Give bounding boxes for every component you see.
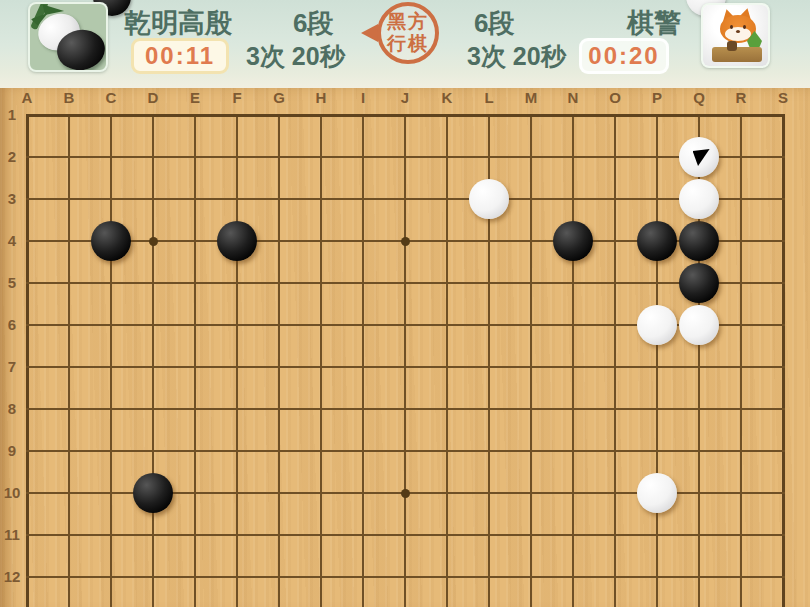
- grid-line-horizontal: [26, 366, 785, 368]
- black-player-byoyomi: 3次 20秒: [246, 42, 345, 71]
- column-label-A: A: [16, 90, 38, 106]
- column-label-H: H: [310, 90, 332, 106]
- white-stone-Q3: [679, 179, 719, 219]
- white-player-name: 棋警: [627, 8, 681, 38]
- grid-line-vertical: [656, 114, 658, 607]
- row-label-6: 6: [1, 317, 23, 333]
- grid-line-horizontal: [26, 534, 785, 536]
- grid-line-horizontal: [26, 156, 785, 158]
- last-move-marker: [693, 149, 710, 166]
- grid-line-vertical: [194, 114, 196, 607]
- fox-eye-icon: [730, 25, 733, 29]
- white-stone-Q6: [679, 305, 719, 345]
- column-label-L: L: [478, 90, 500, 106]
- column-label-J: J: [394, 90, 416, 106]
- black-stone-C4: [91, 221, 131, 261]
- row-label-9: 9: [1, 443, 23, 459]
- star-point-D4: [149, 237, 158, 246]
- black-stone-N4: [553, 221, 593, 261]
- column-label-K: K: [436, 90, 458, 106]
- grid-line-horizontal: [26, 450, 785, 452]
- grid-line-vertical: [572, 114, 574, 607]
- black-stone-D10: [133, 473, 173, 513]
- row-label-5: 5: [1, 275, 23, 291]
- column-label-I: I: [352, 90, 374, 106]
- row-label-10: 10: [1, 485, 23, 501]
- row-label-1: 1: [1, 107, 23, 123]
- column-label-F: F: [226, 90, 248, 106]
- white-stone-L3: [469, 179, 509, 219]
- grid-line-horizontal: [26, 282, 785, 284]
- grid-line-vertical: [614, 114, 616, 607]
- grid-line-vertical: [740, 114, 742, 607]
- grid-line-vertical: [446, 114, 448, 607]
- white-stone-Q2: [679, 137, 719, 177]
- grid-line-vertical: [68, 114, 70, 607]
- row-label-2: 2: [1, 149, 23, 165]
- game-header: 乾明高殷 6段 00:11 3次 20秒 黑方 行棋 6段 棋警 3次 20秒 …: [0, 0, 810, 88]
- black-stone-F4: [217, 221, 257, 261]
- black-stone-Q4: [679, 221, 719, 261]
- turn-stamp: 黑方 行棋: [377, 2, 439, 64]
- turn-stamp-line2: 行棋: [387, 33, 429, 55]
- column-label-Q: Q: [688, 90, 710, 106]
- column-label-M: M: [520, 90, 542, 106]
- row-label-7: 7: [1, 359, 23, 375]
- star-point-J10: [401, 489, 410, 498]
- column-label-O: O: [604, 90, 626, 106]
- grid-line-vertical: [236, 114, 238, 607]
- black-stone-P4: [637, 221, 677, 261]
- grid-line-vertical: [278, 114, 280, 607]
- turn-stamp-line1: 黑方: [387, 11, 429, 33]
- column-label-S: S: [772, 90, 794, 106]
- white-player-clock: 00:20: [579, 38, 669, 74]
- column-label-P: P: [646, 90, 668, 106]
- black-player-rank: 6段: [293, 8, 333, 38]
- column-label-B: B: [58, 90, 80, 106]
- grid-line-vertical: [362, 114, 364, 607]
- grid-line-vertical: [26, 114, 29, 607]
- black-player-clock: 00:11: [131, 38, 229, 74]
- black-player-name: 乾明高殷: [124, 8, 232, 38]
- row-label-3: 3: [1, 191, 23, 207]
- column-label-N: N: [562, 90, 584, 106]
- white-player-rank: 6段: [474, 8, 514, 38]
- grid-line-horizontal: [26, 408, 785, 410]
- row-label-11: 11: [1, 527, 23, 543]
- grid-line-vertical: [152, 114, 154, 607]
- turn-pointer-icon: [361, 24, 378, 42]
- grid-line-horizontal: [26, 576, 785, 578]
- fox-eye-icon: [743, 25, 746, 29]
- row-label-12: 12: [1, 569, 23, 585]
- white-player-avatar[interactable]: [701, 3, 770, 68]
- column-label-G: G: [268, 90, 290, 106]
- column-label-E: E: [184, 90, 206, 106]
- row-label-8: 8: [1, 401, 23, 417]
- grid-line-vertical: [782, 114, 785, 607]
- black-stone-Q5: [679, 263, 719, 303]
- column-label-R: R: [730, 90, 752, 106]
- white-player-byoyomi: 3次 20秒: [467, 42, 566, 71]
- star-point-J4: [401, 237, 410, 246]
- grid-line-horizontal: [26, 198, 785, 200]
- grid-line-horizontal: [26, 114, 785, 117]
- grid-line-vertical: [320, 114, 322, 607]
- white-stone-P10: [637, 473, 677, 513]
- column-label-D: D: [142, 90, 164, 106]
- row-label-4: 4: [1, 233, 23, 249]
- fox-nose-icon: [736, 30, 740, 33]
- white-stone-P6: [637, 305, 677, 345]
- grid-line-vertical: [404, 114, 406, 607]
- fox-arm-icon: [727, 41, 737, 51]
- desk-icon: [712, 47, 762, 62]
- grid-line-vertical: [530, 114, 532, 607]
- column-label-C: C: [100, 90, 122, 106]
- black-player-avatar[interactable]: [28, 2, 108, 72]
- grid-line-vertical: [110, 114, 112, 607]
- go-board-surface[interactable]: ABCDEFGHIJKLMNOPQRS123456789101112: [0, 88, 810, 607]
